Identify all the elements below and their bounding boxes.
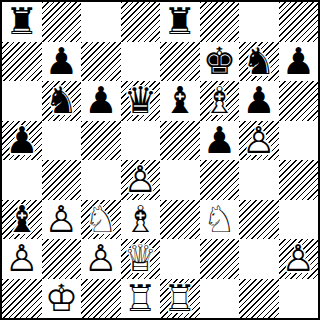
square-h1[interactable] [279,279,319,319]
square-h2[interactable]: ♟♙ [279,239,319,279]
square-b7[interactable]: ♟ [42,42,82,82]
white-pawn-piece: ♟♙ [2,239,42,279]
square-g8[interactable] [239,2,279,42]
square-f6[interactable]: ♝♗ [200,81,240,121]
white-bishop-piece: ♝♗ [200,81,240,121]
square-c7[interactable] [81,42,121,82]
black-knight-piece: ♞ [239,42,279,82]
square-e3[interactable] [160,200,200,240]
square-f7[interactable]: ♚ [200,42,240,82]
white-pawn-piece: ♟♙ [42,200,82,240]
square-b6[interactable]: ♞ [42,81,82,121]
square-d6[interactable]: ♛ [121,81,161,121]
square-b3[interactable]: ♟♙ [42,200,82,240]
black-pawn-piece: ♟ [200,121,240,161]
square-f1[interactable] [200,279,240,319]
square-f2[interactable] [200,239,240,279]
white-rook-piece: ♜♖ [121,279,161,319]
black-pawn-piece: ♟ [279,42,319,82]
square-h4[interactable] [279,160,319,200]
square-g4[interactable] [239,160,279,200]
square-h8[interactable] [279,2,319,42]
square-d8[interactable] [121,2,161,42]
square-e4[interactable] [160,160,200,200]
white-knight-piece: ♞♘ [81,200,121,240]
white-pawn-piece: ♟♙ [81,239,121,279]
square-c6[interactable]: ♟ [81,81,121,121]
square-g5[interactable]: ♟♙ [239,121,279,161]
square-g3[interactable] [239,200,279,240]
black-pawn-piece: ♟ [42,42,82,82]
square-c5[interactable] [81,121,121,161]
square-g7[interactable]: ♞ [239,42,279,82]
square-f5[interactable]: ♟ [200,121,240,161]
white-king-piece: ♚♔ [42,279,82,319]
square-f8[interactable] [200,2,240,42]
white-bishop-piece: ♝♗ [121,200,161,240]
black-rook-piece: ♜ [160,2,200,42]
square-e5[interactable] [160,121,200,161]
square-d4[interactable]: ♟♙ [121,160,161,200]
white-pawn-piece: ♟♙ [279,239,319,279]
square-b2[interactable] [42,239,82,279]
square-a5[interactable]: ♟ [2,121,42,161]
square-c1[interactable] [81,279,121,319]
square-e6[interactable]: ♝ [160,81,200,121]
square-c3[interactable]: ♞♘ [81,200,121,240]
square-g6[interactable]: ♟ [239,81,279,121]
square-d3[interactable]: ♝♗ [121,200,161,240]
square-c4[interactable] [81,160,121,200]
black-pawn-piece: ♟ [239,81,279,121]
chess-board: ♜♜♟♚♞♟♞♟♛♝♝♗♟♟♟♟♙♟♙♝♟♙♞♘♝♗♞♘♟♙♟♙♛♕♟♙♚♔♜♖… [0,0,320,320]
black-pawn-piece: ♟ [2,121,42,161]
square-f3[interactable]: ♞♘ [200,200,240,240]
square-e8[interactable]: ♜ [160,2,200,42]
square-c8[interactable] [81,2,121,42]
white-knight-piece: ♞♘ [200,200,240,240]
square-c2[interactable]: ♟♙ [81,239,121,279]
square-a8[interactable]: ♜ [2,2,42,42]
black-rook-piece: ♜ [2,2,42,42]
square-g1[interactable] [239,279,279,319]
white-pawn-piece: ♟♙ [121,160,161,200]
white-queen-piece: ♛♕ [121,239,161,279]
square-b5[interactable] [42,121,82,161]
black-king-piece: ♚ [200,42,240,82]
square-a6[interactable] [2,81,42,121]
white-pawn-piece: ♟♙ [239,121,279,161]
square-d2[interactable]: ♛♕ [121,239,161,279]
square-h7[interactable]: ♟ [279,42,319,82]
black-pawn-piece: ♟ [81,81,121,121]
square-b1[interactable]: ♚♔ [42,279,82,319]
square-h5[interactable] [279,121,319,161]
square-d5[interactable] [121,121,161,161]
square-b8[interactable] [42,2,82,42]
square-g2[interactable] [239,239,279,279]
square-a1[interactable] [2,279,42,319]
square-d1[interactable]: ♜♖ [121,279,161,319]
square-d7[interactable] [121,42,161,82]
square-h3[interactable] [279,200,319,240]
black-bishop-piece: ♝ [160,81,200,121]
square-a4[interactable] [2,160,42,200]
square-a3[interactable]: ♝ [2,200,42,240]
square-h6[interactable] [279,81,319,121]
black-knight-piece: ♞ [42,81,82,121]
square-e7[interactable] [160,42,200,82]
black-queen-piece: ♛ [121,81,161,121]
square-a7[interactable] [2,42,42,82]
black-bishop-piece: ♝ [2,200,42,240]
square-b4[interactable] [42,160,82,200]
square-f4[interactable] [200,160,240,200]
square-a2[interactable]: ♟♙ [2,239,42,279]
square-e1[interactable]: ♜♖ [160,279,200,319]
square-e2[interactable] [160,239,200,279]
chess-diagram: ♜♜♟♚♞♟♞♟♛♝♝♗♟♟♟♟♙♟♙♝♟♙♞♘♝♗♞♘♟♙♟♙♛♕♟♙♚♔♜♖… [0,0,320,320]
white-rook-piece: ♜♖ [160,279,200,319]
